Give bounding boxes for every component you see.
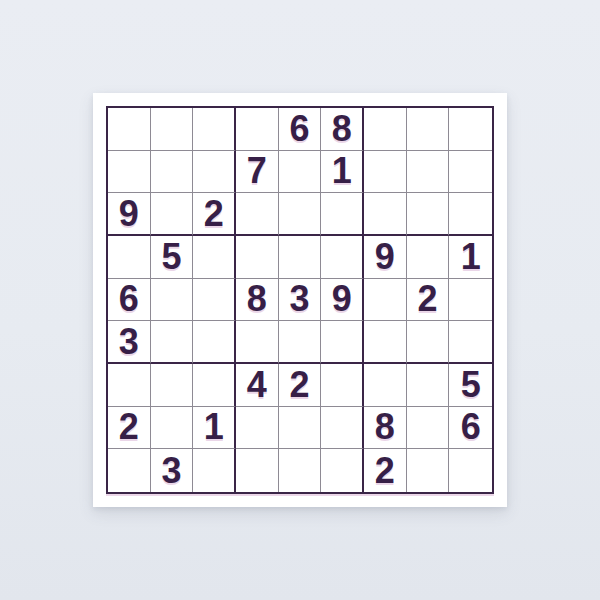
- cell-r4c5-empty[interactable]: [279, 236, 322, 279]
- cell-r9c6-empty[interactable]: [321, 449, 364, 492]
- cell-r4c2-given-5[interactable]: 5: [151, 236, 194, 279]
- cell-r3c8-empty[interactable]: [407, 193, 450, 236]
- cell-r4c7-given-9[interactable]: 9: [364, 236, 407, 279]
- cell-r2c5-empty[interactable]: [279, 151, 322, 194]
- cell-r2c3-empty[interactable]: [193, 151, 236, 194]
- cell-r7c8-empty[interactable]: [407, 364, 450, 407]
- cell-r2c6-given-1[interactable]: 1: [321, 151, 364, 194]
- cell-r9c7-given-2[interactable]: 2: [364, 449, 407, 492]
- cell-r5c4-given-8[interactable]: 8: [236, 279, 279, 322]
- cell-r5c8-given-2[interactable]: 2: [407, 279, 450, 322]
- cell-r9c1-empty[interactable]: [108, 449, 151, 492]
- cell-r3c9-empty[interactable]: [449, 193, 492, 236]
- sudoku-board: 687192591683923425218632: [106, 106, 494, 494]
- cell-r7c4-given-4[interactable]: 4: [236, 364, 279, 407]
- cell-r5c9-empty[interactable]: [449, 279, 492, 322]
- cell-r2c7-empty[interactable]: [364, 151, 407, 194]
- cell-r1c2-empty[interactable]: [151, 108, 194, 151]
- cell-r5c1-given-6[interactable]: 6: [108, 279, 151, 322]
- cell-r8c1-given-2[interactable]: 2: [108, 407, 151, 450]
- cell-r9c5-empty[interactable]: [279, 449, 322, 492]
- cell-r7c6-empty[interactable]: [321, 364, 364, 407]
- cell-r9c3-empty[interactable]: [193, 449, 236, 492]
- cell-r6c2-empty[interactable]: [151, 321, 194, 364]
- cell-r6c6-empty[interactable]: [321, 321, 364, 364]
- cell-r6c5-empty[interactable]: [279, 321, 322, 364]
- cell-r3c7-empty[interactable]: [364, 193, 407, 236]
- cell-r1c8-empty[interactable]: [407, 108, 450, 151]
- cell-r8c5-empty[interactable]: [279, 407, 322, 450]
- cell-r7c9-given-5[interactable]: 5: [449, 364, 492, 407]
- cell-r7c7-empty[interactable]: [364, 364, 407, 407]
- cell-r9c8-empty[interactable]: [407, 449, 450, 492]
- cell-r2c4-given-7[interactable]: 7: [236, 151, 279, 194]
- cell-r1c4-empty[interactable]: [236, 108, 279, 151]
- cell-r4c9-given-1[interactable]: 1: [449, 236, 492, 279]
- cell-r4c3-empty[interactable]: [193, 236, 236, 279]
- cell-r5c3-empty[interactable]: [193, 279, 236, 322]
- cell-r4c1-empty[interactable]: [108, 236, 151, 279]
- cell-r7c2-empty[interactable]: [151, 364, 194, 407]
- cell-r1c9-empty[interactable]: [449, 108, 492, 151]
- cell-r8c9-given-6[interactable]: 6: [449, 407, 492, 450]
- wall-background: 687192591683923425218632: [0, 0, 600, 600]
- cell-r8c8-empty[interactable]: [407, 407, 450, 450]
- cell-r2c2-empty[interactable]: [151, 151, 194, 194]
- cell-r6c7-empty[interactable]: [364, 321, 407, 364]
- cell-r6c1-given-3[interactable]: 3: [108, 321, 151, 364]
- cell-r2c1-empty[interactable]: [108, 151, 151, 194]
- cell-r7c1-empty[interactable]: [108, 364, 151, 407]
- cell-r1c3-empty[interactable]: [193, 108, 236, 151]
- cell-r3c5-empty[interactable]: [279, 193, 322, 236]
- cell-r3c3-given-2[interactable]: 2: [193, 193, 236, 236]
- cell-r1c5-given-6[interactable]: 6: [279, 108, 322, 151]
- cell-r5c5-given-3[interactable]: 3: [279, 279, 322, 322]
- cell-r8c3-given-1[interactable]: 1: [193, 407, 236, 450]
- cell-r1c1-empty[interactable]: [108, 108, 151, 151]
- cell-r2c8-empty[interactable]: [407, 151, 450, 194]
- cell-r3c4-empty[interactable]: [236, 193, 279, 236]
- cell-r4c6-empty[interactable]: [321, 236, 364, 279]
- cell-r9c9-empty[interactable]: [449, 449, 492, 492]
- cell-r8c7-given-8[interactable]: 8: [364, 407, 407, 450]
- cell-r1c7-empty[interactable]: [364, 108, 407, 151]
- cell-r5c7-empty[interactable]: [364, 279, 407, 322]
- cell-r9c2-given-3[interactable]: 3: [151, 449, 194, 492]
- cell-r9c4-empty[interactable]: [236, 449, 279, 492]
- cell-r3c2-empty[interactable]: [151, 193, 194, 236]
- cell-r6c4-empty[interactable]: [236, 321, 279, 364]
- cell-r6c3-empty[interactable]: [193, 321, 236, 364]
- cell-r6c9-empty[interactable]: [449, 321, 492, 364]
- cell-r1c6-given-8[interactable]: 8: [321, 108, 364, 151]
- cell-r8c4-empty[interactable]: [236, 407, 279, 450]
- cell-r4c4-empty[interactable]: [236, 236, 279, 279]
- cell-r3c1-given-9[interactable]: 9: [108, 193, 151, 236]
- cell-r8c2-empty[interactable]: [151, 407, 194, 450]
- cell-r5c6-given-9[interactable]: 9: [321, 279, 364, 322]
- cell-r4c8-empty[interactable]: [407, 236, 450, 279]
- cell-r6c8-empty[interactable]: [407, 321, 450, 364]
- cell-r8c6-empty[interactable]: [321, 407, 364, 450]
- sudoku-poster: 687192591683923425218632: [93, 93, 507, 507]
- cell-r3c6-empty[interactable]: [321, 193, 364, 236]
- cell-r7c3-empty[interactable]: [193, 364, 236, 407]
- cell-r2c9-empty[interactable]: [449, 151, 492, 194]
- cell-r7c5-given-2[interactable]: 2: [279, 364, 322, 407]
- cell-r5c2-empty[interactable]: [151, 279, 194, 322]
